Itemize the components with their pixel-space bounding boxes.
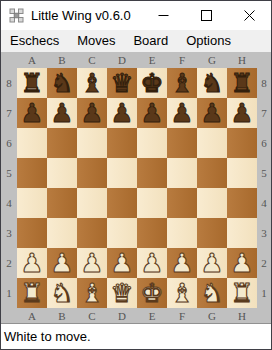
piece-black-bishop: ♝: [170, 68, 193, 98]
rank-label-left-2: 2: [1, 248, 17, 278]
rank-label-left-5: 5: [1, 158, 17, 188]
rank-label-left-1: 1: [1, 278, 17, 308]
piece-white-pawn: ♟: [50, 248, 73, 278]
square-e1[interactable]: ♚: [137, 278, 167, 308]
square-g3[interactable]: [197, 218, 227, 248]
rank-label-right-2: 2: [257, 248, 271, 278]
file-label-top-f: F: [167, 52, 197, 68]
square-b5[interactable]: [47, 158, 77, 188]
board-area: ♜♞♝♛♚♝♞♜♟♟♟♟♟♟♟♟♟♟♟♟♟♟♟♟♜♞♝♛♚♝♞♜ AABBCCD…: [1, 52, 271, 323]
square-b3[interactable]: [47, 218, 77, 248]
rank-label-left-7: 7: [1, 98, 17, 128]
rank-label-left-6: 6: [1, 128, 17, 158]
minimize-button[interactable]: [142, 1, 185, 30]
title-bar[interactable]: Little Wing v0.6.0: [1, 1, 271, 30]
square-d4[interactable]: [107, 188, 137, 218]
square-a2[interactable]: ♟: [17, 248, 47, 278]
piece-white-pawn: ♟: [170, 248, 193, 278]
square-g7[interactable]: ♟: [197, 98, 227, 128]
square-c6[interactable]: [77, 128, 107, 158]
piece-black-knight: ♞: [50, 68, 73, 98]
square-a6[interactable]: [17, 128, 47, 158]
square-e8[interactable]: ♚: [137, 68, 167, 98]
file-label-top-h: H: [227, 52, 257, 68]
rank-label-right-4: 4: [257, 188, 271, 218]
piece-black-rook: ♜: [20, 68, 43, 98]
rank-label-left-4: 4: [1, 188, 17, 218]
piece-black-king: ♚: [140, 68, 163, 98]
square-c5[interactable]: [77, 158, 107, 188]
square-f3[interactable]: [167, 218, 197, 248]
square-c3[interactable]: [77, 218, 107, 248]
square-h6[interactable]: [227, 128, 257, 158]
square-h5[interactable]: [227, 158, 257, 188]
piece-white-pawn: ♟: [200, 248, 223, 278]
square-f7[interactable]: ♟: [167, 98, 197, 128]
file-label-bottom-e: E: [137, 308, 167, 323]
status-text: White to move.: [4, 329, 91, 344]
piece-white-bishop: ♝: [170, 278, 193, 308]
menu-item-eschecs[interactable]: Eschecs: [1, 30, 68, 52]
square-a7[interactable]: ♟: [17, 98, 47, 128]
close-button[interactable]: [228, 1, 271, 30]
rank-label-left-3: 3: [1, 218, 17, 248]
square-a4[interactable]: [17, 188, 47, 218]
file-label-top-c: C: [77, 52, 107, 68]
rank-label-right-6: 6: [257, 128, 271, 158]
square-a5[interactable]: [17, 158, 47, 188]
menu-item-board[interactable]: Board: [124, 30, 177, 52]
square-a1[interactable]: ♜: [17, 278, 47, 308]
rank-label-right-7: 7: [257, 98, 271, 128]
menu-item-options[interactable]: Options: [177, 30, 240, 52]
piece-black-queen: ♛: [110, 68, 133, 98]
piece-black-rook: ♜: [230, 68, 253, 98]
square-d3[interactable]: [107, 218, 137, 248]
square-d5[interactable]: [107, 158, 137, 188]
square-h4[interactable]: [227, 188, 257, 218]
square-g5[interactable]: [197, 158, 227, 188]
square-b8[interactable]: ♞: [47, 68, 77, 98]
square-b1[interactable]: ♞: [47, 278, 77, 308]
piece-white-pawn: ♟: [20, 248, 43, 278]
square-c4[interactable]: [77, 188, 107, 218]
square-b2[interactable]: ♟: [47, 248, 77, 278]
menu-bar: Eschecs Moves Board Options: [1, 30, 271, 52]
maximize-button[interactable]: [185, 1, 228, 30]
file-label-bottom-d: D: [107, 308, 137, 323]
rank-label-right-5: 5: [257, 158, 271, 188]
square-c8[interactable]: ♝: [77, 68, 107, 98]
square-e3[interactable]: [137, 218, 167, 248]
piece-white-bishop: ♝: [80, 278, 103, 308]
rank-label-left-8: 8: [1, 68, 17, 98]
square-h7[interactable]: ♟: [227, 98, 257, 128]
square-h3[interactable]: [227, 218, 257, 248]
file-label-top-g: G: [197, 52, 227, 68]
piece-black-pawn: ♟: [50, 98, 73, 128]
window-title: Little Wing v0.6.0: [31, 8, 142, 23]
square-b6[interactable]: [47, 128, 77, 158]
file-label-top-b: B: [47, 52, 77, 68]
square-f4[interactable]: [167, 188, 197, 218]
file-label-bottom-g: G: [197, 308, 227, 323]
square-e2[interactable]: ♟: [137, 248, 167, 278]
piece-white-rook: ♜: [230, 278, 253, 308]
square-d2[interactable]: ♟: [107, 248, 137, 278]
file-label-bottom-a: A: [17, 308, 47, 323]
square-g1[interactable]: ♞: [197, 278, 227, 308]
square-d6[interactable]: [107, 128, 137, 158]
piece-black-knight: ♞: [200, 68, 223, 98]
window-controls: [142, 1, 271, 30]
file-label-bottom-h: H: [227, 308, 257, 323]
close-icon: [244, 7, 255, 25]
app-icon: [9, 8, 24, 23]
file-label-top-e: E: [137, 52, 167, 68]
file-label-top-d: D: [107, 52, 137, 68]
piece-white-knight: ♞: [50, 278, 73, 308]
piece-white-knight: ♞: [200, 278, 223, 308]
piece-black-pawn: ♟: [20, 98, 43, 128]
piece-black-bishop: ♝: [80, 68, 103, 98]
square-h2[interactable]: ♟: [227, 248, 257, 278]
app-window: Little Wing v0.6.0 Eschecs Moves Board: [0, 0, 272, 350]
maximize-icon: [201, 7, 212, 25]
file-label-bottom-b: B: [47, 308, 77, 323]
minimize-icon: [158, 7, 169, 25]
rank-label-right-1: 1: [257, 278, 271, 308]
square-a3[interactable]: [17, 218, 47, 248]
file-label-bottom-f: F: [167, 308, 197, 323]
square-d8[interactable]: ♛: [107, 68, 137, 98]
square-g6[interactable]: [197, 128, 227, 158]
piece-white-king: ♚: [140, 278, 163, 308]
square-d7[interactable]: ♟: [107, 98, 137, 128]
square-a8[interactable]: ♜: [17, 68, 47, 98]
piece-black-pawn: ♟: [170, 98, 193, 128]
square-g4[interactable]: [197, 188, 227, 218]
rank-label-right-3: 3: [257, 218, 271, 248]
square-f2[interactable]: ♟: [167, 248, 197, 278]
square-g2[interactable]: ♟: [197, 248, 227, 278]
square-e7[interactable]: ♟: [137, 98, 167, 128]
piece-black-pawn: ♟: [140, 98, 163, 128]
piece-white-rook: ♜: [20, 278, 43, 308]
square-e6[interactable]: [137, 128, 167, 158]
square-h8[interactable]: ♜: [227, 68, 257, 98]
square-e5[interactable]: [137, 158, 167, 188]
piece-white-pawn: ♟: [80, 248, 103, 278]
file-label-top-a: A: [17, 52, 47, 68]
square-b7[interactable]: ♟: [47, 98, 77, 128]
menu-item-moves[interactable]: Moves: [68, 30, 124, 52]
square-f6[interactable]: [167, 128, 197, 158]
square-d1[interactable]: ♛: [107, 278, 137, 308]
piece-white-queen: ♛: [110, 278, 133, 308]
square-f1[interactable]: ♝: [167, 278, 197, 308]
piece-black-pawn: ♟: [200, 98, 223, 128]
file-label-bottom-c: C: [77, 308, 107, 323]
status-bar: White to move.: [1, 323, 271, 349]
piece-black-pawn: ♟: [110, 98, 133, 128]
square-c1[interactable]: ♝: [77, 278, 107, 308]
piece-black-pawn: ♟: [80, 98, 103, 128]
piece-black-pawn: ♟: [230, 98, 253, 128]
square-c7[interactable]: ♟: [77, 98, 107, 128]
square-h1[interactable]: ♜: [227, 278, 257, 308]
piece-white-pawn: ♟: [110, 248, 133, 278]
square-b4[interactable]: [47, 188, 77, 218]
square-f5[interactable]: [167, 158, 197, 188]
piece-white-pawn: ♟: [140, 248, 163, 278]
square-c2[interactable]: ♟: [77, 248, 107, 278]
rank-label-right-8: 8: [257, 68, 271, 98]
square-g8[interactable]: ♞: [197, 68, 227, 98]
square-e4[interactable]: [137, 188, 167, 218]
piece-white-pawn: ♟: [230, 248, 253, 278]
square-f8[interactable]: ♝: [167, 68, 197, 98]
chess-board[interactable]: ♜♞♝♛♚♝♞♜♟♟♟♟♟♟♟♟♟♟♟♟♟♟♟♟♜♞♝♛♚♝♞♜: [17, 68, 257, 308]
